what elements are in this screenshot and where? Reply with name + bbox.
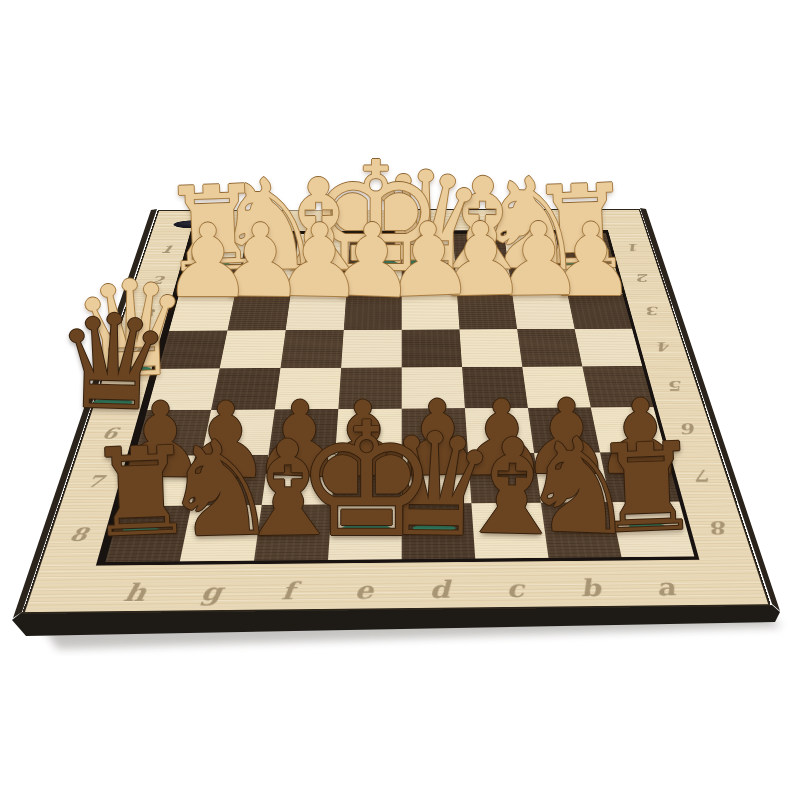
rank-label-right-7: 7 [694, 468, 714, 484]
square-c2 [455, 263, 512, 295]
brand-badge [172, 220, 214, 228]
square-b7 [534, 452, 610, 502]
square-h6 [135, 410, 211, 456]
file-label-top-c: c [472, 216, 482, 224]
square-f3 [286, 295, 346, 330]
square-c6 [465, 408, 534, 454]
square-a6 [591, 407, 666, 452]
square-f2 [290, 263, 348, 295]
square-a1 [555, 233, 614, 262]
file-label-top-b: b [521, 216, 533, 224]
square-d7 [402, 453, 472, 503]
square-b3 [512, 294, 574, 329]
square-b4 [517, 329, 582, 367]
file-label-top-f: f [322, 216, 329, 224]
square-a3 [568, 294, 632, 329]
square-f6 [269, 409, 339, 455]
file-label-bottom-h: h [122, 580, 149, 604]
rank-label-right-4: 4 [656, 341, 673, 353]
square-g6 [202, 409, 275, 455]
square-h5 [147, 368, 219, 410]
square-e7 [332, 454, 402, 505]
file-label-top-d: d [421, 216, 432, 224]
file-label-top-e: e [372, 216, 382, 224]
square-a8 [610, 502, 694, 558]
square-e3 [344, 295, 402, 330]
rank-label-right-3: 3 [646, 305, 662, 316]
file-label-bottom-c: c [505, 576, 525, 600]
rank-label-left-1: 1 [159, 244, 174, 254]
square-f7 [262, 454, 336, 505]
square-h2 [179, 264, 242, 296]
square-h4 [159, 331, 228, 369]
file-label-top-h: h [218, 216, 231, 224]
file-label-bottom-b: b [578, 576, 602, 600]
square-d3 [402, 295, 460, 330]
rank-label-left-2: 2 [149, 274, 165, 285]
square-f4 [280, 330, 343, 368]
square-d6 [402, 408, 468, 454]
square-h7 [121, 455, 202, 506]
rank-label-right-1: 1 [627, 243, 642, 253]
file-label-top-g: g [269, 216, 281, 224]
rank-label-right-5: 5 [668, 379, 686, 393]
square-b1 [504, 233, 561, 263]
square-c4 [459, 329, 522, 367]
rank-label-right-8: 8 [709, 519, 731, 537]
square-c5 [462, 367, 528, 408]
square-a5 [582, 366, 653, 407]
square-e5 [338, 367, 401, 409]
rank-label-left-5: 5 [114, 382, 133, 396]
square-g1 [241, 234, 299, 264]
square-g5 [211, 368, 280, 410]
square-c8 [471, 503, 548, 559]
rank-label-left-3: 3 [139, 307, 156, 318]
square-h8 [105, 506, 191, 562]
file-label-bottom-e: e [354, 578, 373, 602]
square-b6 [528, 407, 600, 453]
file-label-bottom-a: a [653, 575, 677, 599]
square-c7 [468, 453, 541, 503]
rank-label-right-2: 2 [636, 273, 651, 283]
square-h3 [169, 296, 235, 331]
file-label-bottom-d: d [429, 577, 450, 601]
rank-label-left-4: 4 [127, 343, 145, 356]
square-g8 [180, 505, 262, 561]
square-c1 [453, 234, 508, 264]
square-h1 [187, 234, 247, 264]
square-a7 [600, 452, 679, 502]
square-d5 [402, 367, 465, 409]
square-e2 [346, 263, 402, 295]
square-c3 [457, 295, 517, 330]
square-g7 [191, 455, 268, 506]
square-e6 [335, 409, 401, 455]
square-f1 [295, 234, 351, 264]
chessboard-photo: hhggffeeddccbbaa1122334455667788 ♜♞♝♛♚♝♞… [0, 0, 800, 800]
square-f8 [254, 504, 332, 560]
file-label-bottom-g: g [199, 579, 224, 603]
square-b8 [541, 502, 622, 558]
square-d4 [402, 329, 462, 367]
square-e4 [341, 330, 402, 368]
square-f5 [275, 368, 341, 410]
square-g3 [227, 296, 290, 331]
square-d8 [402, 503, 476, 559]
board-squares [105, 233, 694, 562]
file-label-top-a: a [571, 215, 583, 223]
rank-label-right-6: 6 [680, 421, 699, 436]
rank-label-left-8: 8 [68, 525, 90, 544]
square-a4 [575, 329, 643, 367]
file-label-bottom-f: f [280, 579, 295, 603]
square-e1 [348, 234, 401, 264]
rank-label-left-7: 7 [85, 472, 106, 489]
square-a2 [561, 263, 623, 295]
square-e8 [328, 504, 402, 560]
square-d2 [402, 263, 457, 295]
square-d1 [402, 234, 455, 264]
square-g2 [235, 264, 295, 296]
square-b2 [508, 263, 568, 295]
square-g4 [220, 330, 286, 368]
square-b5 [522, 366, 590, 407]
coordinate-labels: hhggffeeddccbbaa1122334455667788 [159, 210, 639, 211]
rank-label-left-6: 6 [100, 425, 120, 440]
